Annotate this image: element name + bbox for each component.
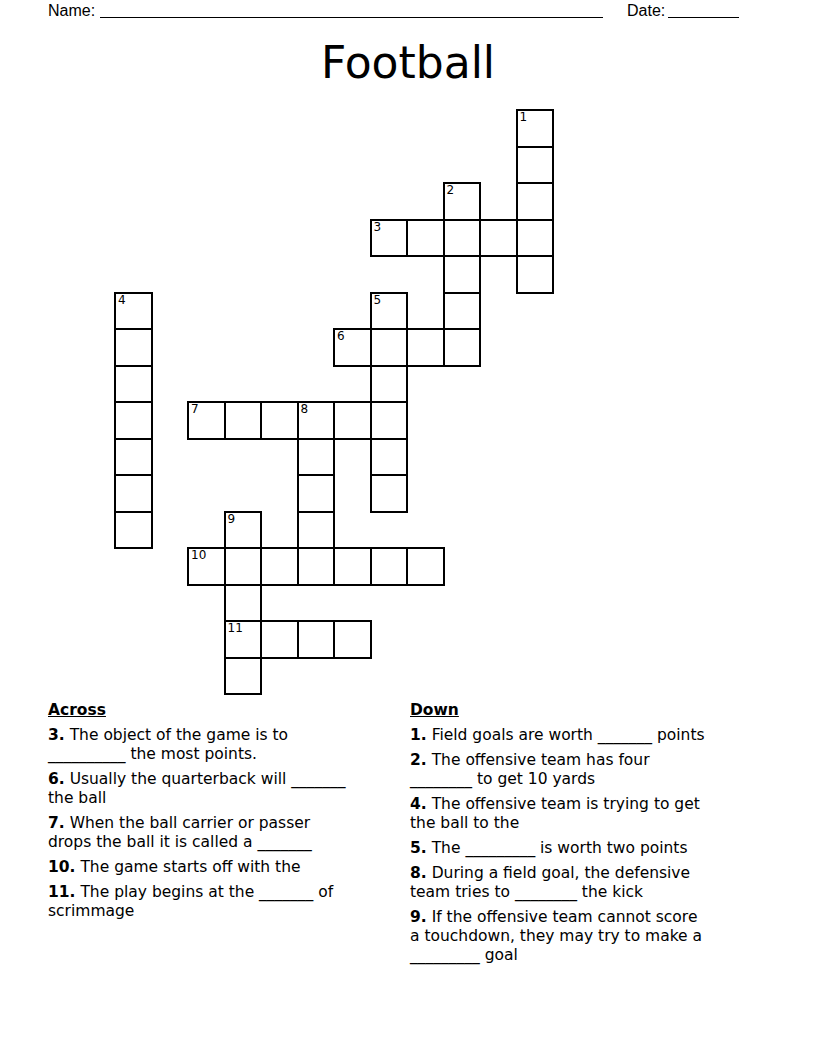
crossword-cell[interactable] — [260, 620, 299, 659]
cell-number-label: 4 — [118, 294, 126, 307]
clue-item: 1. Field goals are worth _______ points — [410, 726, 770, 745]
crossword-cell[interactable] — [114, 438, 153, 477]
crossword-cell[interactable] — [333, 620, 372, 659]
clue-text: The offensive team is trying to get the … — [410, 795, 700, 832]
clue-text: Field goals are worth _______ points — [432, 726, 705, 744]
across-clues-section: Across 3. The object of the game is to _… — [48, 701, 408, 927]
clue-number: 6. — [48, 770, 65, 788]
crossword-cell[interactable] — [370, 474, 409, 513]
crossword-cell[interactable]: 5 — [370, 292, 409, 331]
crossword-cell[interactable] — [224, 401, 263, 440]
crossword-cell[interactable] — [370, 438, 409, 477]
crossword-cell[interactable] — [224, 547, 263, 586]
clue-number: 8. — [410, 864, 427, 882]
crossword-cell[interactable] — [260, 547, 299, 586]
cell-number-label: 5 — [374, 294, 382, 307]
clue-item: 4. The offensive team is trying to get t… — [410, 795, 770, 833]
clue-text: If the offensive team cannot score a tou… — [410, 908, 702, 964]
crossword-cell[interactable] — [224, 584, 263, 623]
clue-item: 8. During a field goal, the defensive te… — [410, 864, 770, 902]
across-heading: Across — [48, 701, 408, 720]
crossword-cell[interactable] — [370, 365, 409, 404]
clue-number: 7. — [48, 814, 65, 832]
crossword-cell[interactable] — [114, 328, 153, 367]
crossword-cell[interactable] — [406, 328, 445, 367]
crossword-cell[interactable]: 3 — [370, 219, 409, 258]
crossword-cell[interactable] — [224, 657, 263, 696]
crossword-cell[interactable] — [333, 547, 372, 586]
crossword-cell[interactable]: 6 — [333, 328, 372, 367]
crossword-cell[interactable] — [333, 401, 372, 440]
crossword-cell[interactable] — [516, 219, 555, 258]
crossword-cell[interactable] — [297, 438, 336, 477]
crossword-cell[interactable] — [443, 219, 482, 258]
crossword-grid: 1234567891011 — [114, 109, 555, 696]
crossword-cell[interactable] — [260, 401, 299, 440]
clue-item: 10. The game starts off with the — [48, 858, 408, 877]
cell-number-label: 6 — [337, 330, 345, 343]
crossword-cell[interactable] — [114, 365, 153, 404]
crossword-cell[interactable] — [516, 146, 555, 185]
crossword-cell[interactable]: 11 — [224, 620, 263, 659]
crossword-cell[interactable] — [479, 219, 518, 258]
crossword-cell[interactable] — [114, 511, 153, 550]
clue-text: The offensive team has four ________ to … — [410, 751, 650, 788]
clue-number: 3. — [48, 726, 65, 744]
clue-item: 6. Usually the quarterback will _______ … — [48, 770, 408, 808]
clue-text: When the ball carrier or passer drops th… — [48, 814, 312, 851]
crossword-cell[interactable] — [297, 511, 336, 550]
cell-number-label: 7 — [191, 403, 199, 416]
crossword-cell[interactable] — [297, 547, 336, 586]
crossword-cell[interactable]: 7 — [187, 401, 226, 440]
crossword-cell[interactable] — [516, 255, 555, 294]
date-input-line[interactable] — [668, 17, 739, 18]
date-label: Date: — [627, 2, 665, 20]
crossword-cell[interactable] — [516, 182, 555, 221]
clue-number: 9. — [410, 908, 427, 926]
clue-number: 5. — [410, 839, 427, 857]
clue-item: 7. When the ball carrier or passer drops… — [48, 814, 408, 852]
clue-item: 2. The offensive team has four ________ … — [410, 751, 770, 789]
crossword-cell[interactable]: 1 — [516, 109, 555, 148]
clue-item: 11. The play begins at the _______ of sc… — [48, 883, 408, 921]
clue-number: 4. — [410, 795, 427, 813]
crossword-cell[interactable] — [406, 219, 445, 258]
crossword-cell[interactable] — [297, 474, 336, 513]
clue-text: The _________ is worth two points — [432, 839, 688, 857]
crossword-cell[interactable]: 10 — [187, 547, 226, 586]
clue-item: 3. The object of the game is to ________… — [48, 726, 408, 764]
crossword-cell[interactable] — [297, 620, 336, 659]
clue-number: 10. — [48, 858, 75, 876]
crossword-cell[interactable] — [114, 474, 153, 513]
crossword-cell[interactable]: 8 — [297, 401, 336, 440]
name-input-line[interactable] — [100, 17, 603, 18]
crossword-cell[interactable] — [443, 255, 482, 294]
cell-number-label: 2 — [447, 184, 455, 197]
clue-text: Usually the quarterback will _______ the… — [48, 770, 346, 807]
cell-number-label: 10 — [191, 549, 206, 562]
crossword-cell[interactable] — [406, 547, 445, 586]
clue-item: 5. The _________ is worth two points — [410, 839, 770, 858]
clue-number: 2. — [410, 751, 427, 769]
cell-number-label: 3 — [374, 221, 382, 234]
crossword-cell[interactable] — [370, 401, 409, 440]
name-label: Name: — [48, 2, 95, 20]
crossword-cell[interactable] — [443, 328, 482, 367]
cell-number-label: 11 — [228, 622, 243, 635]
down-heading: Down — [410, 701, 770, 720]
page-title: Football — [0, 37, 816, 88]
cell-number-label: 9 — [228, 513, 236, 526]
cell-number-label: 8 — [301, 403, 309, 416]
clue-text: The play begins at the _______ of scrimm… — [48, 883, 333, 920]
clue-item: 9. If the offensive team cannot score a … — [410, 908, 770, 965]
crossword-cell[interactable] — [114, 401, 153, 440]
crossword-cell[interactable]: 2 — [443, 182, 482, 221]
crossword-cell[interactable]: 9 — [224, 511, 263, 550]
cell-number-label: 1 — [520, 111, 528, 124]
clue-text: During a field goal, the defensive team … — [410, 864, 690, 901]
crossword-cell[interactable] — [370, 547, 409, 586]
crossword-cell[interactable] — [443, 292, 482, 331]
crossword-cell[interactable] — [370, 328, 409, 367]
down-clues-section: Down 1. Field goals are worth _______ po… — [410, 701, 770, 971]
clue-text: The game starts off with the — [80, 858, 300, 876]
clue-number: 1. — [410, 726, 427, 744]
clue-text: The object of the game is to __________ … — [48, 726, 288, 763]
crossword-cell[interactable]: 4 — [114, 292, 153, 331]
clue-number: 11. — [48, 883, 75, 901]
